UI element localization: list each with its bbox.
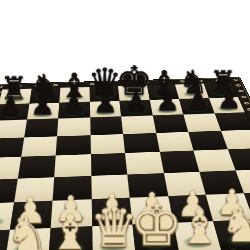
square-h7[interactable]: ♟ — [209, 97, 245, 114]
square-a4[interactable] — [0, 157, 21, 180]
piece-black-pawn-a7[interactable]: ♟ — [0, 94, 23, 119]
square-h5[interactable] — [220, 129, 250, 149]
square-d6[interactable] — [90, 116, 123, 135]
square-c5[interactable] — [56, 135, 91, 156]
chess-board: ♜♞♝♛♚♝♞♜♟♟♟♟♟♟♟♟♟♟♟♟♟♟♟♟♜♞♝♛♚♝♞♜ — [0, 77, 250, 250]
square-f6[interactable] — [152, 114, 188, 132]
square-h6[interactable] — [214, 112, 250, 130]
piece-white-rook-a1[interactable]: ♜ — [0, 217, 3, 250]
square-b4[interactable] — [17, 155, 55, 178]
square-e6[interactable] — [121, 115, 156, 133]
square-b1[interactable]: ♞ — [5, 228, 51, 250]
piece-white-queen-d1[interactable]: ♛ — [89, 202, 138, 250]
piece-black-pawn-d7[interactable]: ♟ — [93, 91, 117, 116]
square-g5[interactable] — [188, 131, 227, 151]
piece-white-knight-g1[interactable]: ♞ — [221, 204, 250, 247]
square-c7[interactable]: ♟ — [58, 102, 90, 119]
board-frame: ♜♞♝♛♚♝♞♜♟♟♟♟♟♟♟♟♟♟♟♟♟♟♟♟♜♞♝♛♚♝♞♜ — [0, 77, 250, 250]
piece-white-knight-b1[interactable]: ♞ — [5, 213, 48, 250]
square-c4[interactable] — [54, 154, 91, 177]
square-d4[interactable] — [90, 153, 127, 176]
square-e5[interactable] — [123, 133, 159, 153]
square-f4[interactable] — [159, 151, 199, 173]
board-scene: ♜♞♝♛♚♝♞♜♟♟♟♟♟♟♟♟♟♟♟♟♟♟♟♟♜♞♝♛♚♝♞♜ — [0, 0, 250, 250]
chess-set-photo: ♜♞♝♛♚♝♞♜♟♟♟♟♟♟♟♟♟♟♟♟♟♟♟♟♜♞♝♛♚♝♞♜ — [0, 0, 250, 250]
square-e4[interactable] — [125, 152, 163, 174]
square-f7[interactable]: ♟ — [149, 99, 183, 116]
square-g4[interactable] — [193, 149, 235, 171]
piece-white-bishop-c1[interactable]: ♝ — [49, 211, 92, 250]
square-d1[interactable]: ♛ — [92, 224, 136, 250]
square-h4[interactable] — [227, 148, 250, 170]
square-f5[interactable] — [156, 132, 194, 152]
piece-black-pawn-g7[interactable]: ♟ — [186, 88, 210, 113]
square-a7[interactable]: ♟ — [0, 103, 29, 120]
piece-black-pawn-b7[interactable]: ♟ — [30, 93, 55, 118]
square-c6[interactable] — [57, 117, 90, 136]
square-b7[interactable]: ♟ — [27, 102, 60, 119]
board-grid: ♜♞♝♛♚♝♞♜♟♟♟♟♟♟♟♟♟♟♟♟♟♟♟♟♜♞♝♛♚♝♞♜ — [0, 83, 250, 250]
square-c1[interactable]: ♝ — [49, 226, 93, 250]
square-b6[interactable] — [24, 119, 58, 138]
piece-black-pawn-h7[interactable]: ♟ — [217, 87, 241, 112]
square-a6[interactable] — [0, 120, 27, 139]
square-b5[interactable] — [21, 136, 57, 157]
square-d5[interactable] — [90, 134, 125, 154]
square-g7[interactable]: ♟ — [179, 98, 214, 115]
square-e1[interactable]: ♚ — [132, 222, 178, 250]
piece-white-bishop-f1[interactable]: ♝ — [178, 206, 220, 249]
piece-black-pawn-f7[interactable]: ♟ — [156, 89, 180, 114]
piece-black-pawn-e7[interactable]: ♟ — [124, 90, 148, 115]
piece-black-pawn-c7[interactable]: ♟ — [62, 92, 86, 117]
square-e7[interactable]: ♟ — [120, 100, 153, 117]
square-d7[interactable]: ♟ — [90, 101, 122, 118]
